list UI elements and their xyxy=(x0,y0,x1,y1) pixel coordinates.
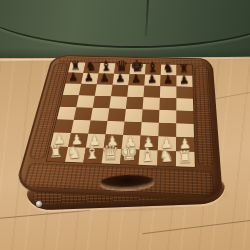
dark-pawn-a7[interactable]: ♟ xyxy=(65,72,81,84)
square-b6[interactable] xyxy=(79,84,97,96)
square-e5[interactable] xyxy=(126,97,144,110)
square-h1[interactable]: ♜ xyxy=(176,151,195,167)
square-d6[interactable] xyxy=(111,85,128,97)
light-queen-d1[interactable]: ♛ xyxy=(101,142,121,163)
square-e4[interactable] xyxy=(125,109,143,122)
board-scene: ♜♞♝♛♚♝♞♜♟♟♟♟♟♟♟♟♟♟♟♟♟♟♟♟♜♞♝♛♚♝♞♜ xyxy=(0,16,250,236)
dark-pawn-h7[interactable]: ♟ xyxy=(176,75,193,87)
square-d4[interactable] xyxy=(107,108,125,121)
square-f5[interactable] xyxy=(143,97,160,110)
square-g1[interactable]: ♞ xyxy=(157,150,176,166)
square-c6[interactable] xyxy=(95,84,113,96)
square-f6[interactable] xyxy=(143,86,160,98)
square-b4[interactable] xyxy=(74,107,93,120)
dark-pawn-e7[interactable]: ♟ xyxy=(128,73,144,85)
square-g7[interactable]: ♟ xyxy=(160,75,176,87)
square-a6[interactable] xyxy=(63,83,81,95)
square-f1[interactable]: ♝ xyxy=(139,150,158,166)
square-g6[interactable] xyxy=(160,86,177,98)
dark-pawn-g7[interactable]: ♟ xyxy=(160,74,177,86)
square-g5[interactable] xyxy=(159,98,176,111)
light-king-e1[interactable]: ♚ xyxy=(119,142,139,164)
square-h4[interactable] xyxy=(176,110,193,123)
square-e1[interactable]: ♚ xyxy=(120,149,140,165)
square-d5[interactable] xyxy=(109,96,127,109)
dark-pawn-c7[interactable]: ♟ xyxy=(96,73,112,85)
carved-band-right xyxy=(194,66,215,166)
light-bishop-f1[interactable]: ♝ xyxy=(138,145,158,164)
light-knight-b1[interactable]: ♞ xyxy=(64,144,83,162)
square-f4[interactable] xyxy=(142,109,160,122)
chess-set-photo: ♜♞♝♛♚♝♞♜♟♟♟♟♟♟♟♟♟♟♟♟♟♟♟♟♜♞♝♛♚♝♞♜ xyxy=(0,0,250,250)
dark-pawn-b7[interactable]: ♟ xyxy=(81,72,97,84)
square-f7[interactable]: ♟ xyxy=(144,75,160,86)
light-knight-g1[interactable]: ♞ xyxy=(156,147,176,165)
square-b5[interactable] xyxy=(76,95,95,107)
square-e6[interactable] xyxy=(127,85,144,97)
square-e7[interactable]: ♟ xyxy=(128,74,145,85)
dark-pawn-d7[interactable]: ♟ xyxy=(112,73,128,85)
square-h6[interactable] xyxy=(176,87,193,99)
square-c4[interactable] xyxy=(91,108,110,121)
square-c5[interactable] xyxy=(93,96,111,109)
dark-pawn-f7[interactable]: ♟ xyxy=(144,74,161,86)
square-h5[interactable] xyxy=(176,98,193,111)
light-rook-a1[interactable]: ♜ xyxy=(46,144,65,161)
square-h7[interactable]: ♟ xyxy=(176,75,192,87)
square-g4[interactable] xyxy=(159,110,176,123)
square-a5[interactable] xyxy=(60,95,79,107)
light-bishop-c1[interactable]: ♝ xyxy=(82,143,101,162)
chess-board: ♜♞♝♛♚♝♞♜♟♟♟♟♟♟♟♟♟♟♟♟♟♟♟♟♜♞♝♛♚♝♞♜ xyxy=(47,62,195,167)
light-rook-h1[interactable]: ♜ xyxy=(175,149,195,166)
